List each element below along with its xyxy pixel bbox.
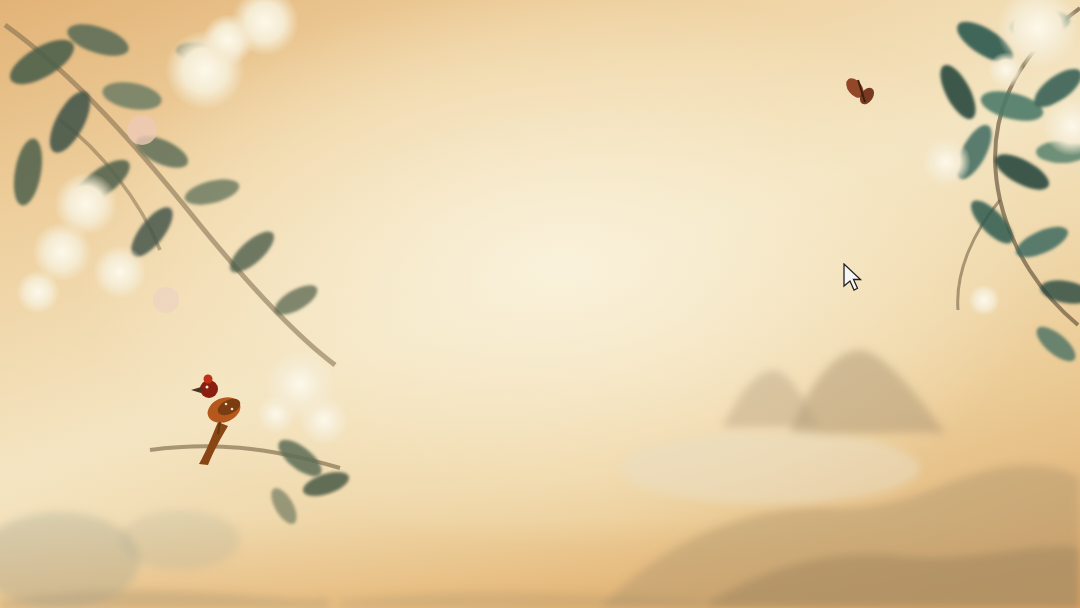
app-canvas	[0, 0, 1080, 608]
mouse-cursor	[843, 263, 865, 293]
xiangqi-board[interactable]	[0, 0, 1080, 608]
board-grid	[0, 0, 1080, 608]
episode-title-vertical	[855, 110, 913, 212]
